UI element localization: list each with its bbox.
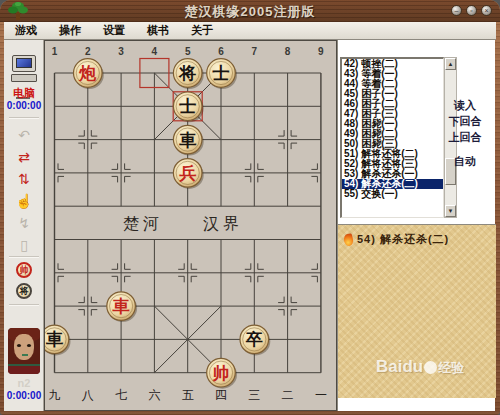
paw-icon — [424, 361, 437, 374]
svg-text:兵: 兵 — [178, 163, 196, 183]
piece-black[interactable]: 士 — [173, 92, 203, 122]
piece-black[interactable]: 士 — [207, 59, 237, 89]
tool-buttons: ↶ ⇄ ⇅ ☝ ↯ ▯ — [4, 124, 44, 256]
action-buttons: 读入 下回合 上回合 自动 — [441, 98, 489, 170]
svg-text:八: 八 — [82, 388, 94, 402]
move-updown-icon[interactable]: ⇅ — [4, 168, 44, 190]
board-grid: 123456789九八七六五四三二一楚河汉界炮将士士車兵車車卒帅 — [45, 41, 336, 414]
svg-text:9: 9 — [318, 46, 324, 57]
puzzle-list-item[interactable]: 55) 交换(一) — [342, 189, 443, 199]
undo-icon[interactable]: ↶ — [4, 124, 44, 146]
svg-text:将: 将 — [178, 63, 196, 83]
minimize-button[interactable]: – — [451, 5, 462, 16]
svg-text:士: 士 — [178, 96, 196, 116]
svg-text:楚河: 楚河 — [123, 214, 163, 233]
piece-black[interactable]: 車 — [173, 125, 203, 155]
svg-text:士: 士 — [212, 63, 230, 83]
menu-chessbook[interactable]: 棋书 — [136, 23, 180, 38]
main-content: 电脑 0:00:00 ↶ ⇄ ⇅ ☝ ↯ ▯ 帅 将 — [4, 40, 496, 411]
sidebar: 电脑 0:00:00 ↶ ⇄ ⇅ ☝ ↯ ▯ 帅 将 — [4, 40, 44, 411]
menu-operate[interactable]: 操作 — [48, 23, 92, 38]
svg-text:2: 2 — [85, 46, 91, 57]
menu-settings[interactable]: 设置 — [92, 23, 136, 38]
app-window: 楚汉棋缘2005注册版 – ▫ × 游戏 操作 设置 棋书 关于 电脑 0:00… — [0, 0, 500, 415]
sidebar-divider — [9, 117, 39, 119]
hand-icon[interactable]: ☝ — [4, 190, 44, 212]
scroll-down-icon[interactable]: ▼ — [445, 205, 456, 217]
black-general-icon[interactable]: 将 — [16, 283, 32, 299]
menu-bar: 游戏 操作 设置 棋书 关于 — [4, 22, 496, 40]
svg-text:6: 6 — [218, 46, 224, 57]
xiangqi-board[interactable]: 123456789九八七六五四三二一楚河汉界炮将士士車兵車車卒帅 — [44, 40, 337, 411]
piece-red[interactable]: 帅 — [207, 358, 237, 388]
flame-icon — [343, 233, 354, 247]
sidebar-divider — [9, 304, 39, 306]
svg-text:4: 4 — [152, 46, 158, 57]
menu-game[interactable]: 游戏 — [4, 23, 48, 38]
menu-about[interactable]: 关于 — [180, 23, 224, 38]
close-button[interactable]: × — [481, 5, 492, 16]
auto-button[interactable]: 自动 — [441, 154, 489, 169]
piece-red[interactable]: 兵 — [173, 159, 203, 189]
top-player-clock: 0:00:00 — [4, 100, 44, 111]
svg-text:四: 四 — [215, 388, 227, 402]
read-in-button[interactable]: 读入 — [441, 98, 489, 113]
right-panel: 42) 顿挫(二)43) 等着(一)44) 等着(二)45) 困子(一)46) … — [337, 40, 495, 411]
restore-button[interactable]: ▫ — [466, 5, 477, 16]
svg-text:5: 5 — [185, 46, 191, 57]
piece-black[interactable]: 卒 — [240, 325, 270, 355]
piece-black[interactable]: 将 — [173, 59, 203, 89]
svg-text:五: 五 — [182, 388, 194, 402]
svg-text:汉界: 汉界 — [203, 214, 243, 233]
window-controls: – ▫ × — [451, 5, 492, 16]
svg-text:8: 8 — [285, 46, 291, 57]
svg-text:卒: 卒 — [246, 329, 263, 349]
svg-text:1: 1 — [52, 46, 58, 57]
piece-red[interactable]: 炮 — [74, 59, 104, 89]
svg-text:九: 九 — [49, 388, 61, 402]
piece-black[interactable]: 車 — [45, 325, 71, 355]
svg-text:車: 車 — [112, 296, 130, 316]
title-bar[interactable]: 楚汉棋缘2005注册版 – ▫ × — [0, 0, 500, 22]
svg-text:七: 七 — [115, 388, 127, 402]
svg-text:車: 車 — [178, 130, 196, 150]
svg-text:一: 一 — [315, 388, 327, 402]
sidebar-divider — [9, 256, 39, 258]
next-round-button[interactable]: 下回合 — [441, 114, 489, 129]
bottom-player-name: n2 — [4, 377, 44, 389]
swap-sides-icon[interactable]: ⇄ — [4, 146, 44, 168]
notation-icon[interactable]: ▯ — [4, 234, 44, 256]
window-title: 楚汉棋缘2005注册版 — [0, 3, 500, 21]
svg-text:炮: 炮 — [78, 63, 96, 83]
player-avatar — [8, 328, 40, 374]
bottom-player-clock: 0:00:00 — [4, 390, 44, 401]
svg-text:六: 六 — [148, 388, 160, 402]
scroll-up-icon[interactable]: ▲ — [445, 58, 456, 70]
svg-text:二: 二 — [282, 388, 294, 402]
svg-text:三: 三 — [248, 388, 260, 402]
piece-red[interactable]: 車 — [107, 292, 137, 322]
svg-text:車: 車 — [45, 329, 63, 349]
top-player-name: 电脑 — [4, 86, 44, 101]
red-general-icon[interactable]: 帅 — [16, 262, 32, 278]
lightning-icon[interactable]: ↯ — [4, 212, 44, 234]
svg-text:3: 3 — [118, 46, 124, 57]
prev-round-button[interactable]: 上回合 — [441, 130, 489, 145]
current-puzzle-label: 54) 解杀还杀(二) — [357, 232, 449, 247]
status-panel: 54) 解杀还杀(二) Baidu经验 jingyan.baidu.com ▾ — [338, 224, 496, 398]
svg-text:帅: 帅 — [212, 363, 230, 383]
computer-icon — [10, 55, 38, 85]
puzzle-list[interactable]: 42) 顿挫(二)43) 等着(一)44) 等着(二)45) 困子(一)46) … — [340, 57, 444, 218]
svg-text:7: 7 — [252, 46, 258, 57]
baidu-watermark: Baidu经验 — [376, 357, 464, 377]
